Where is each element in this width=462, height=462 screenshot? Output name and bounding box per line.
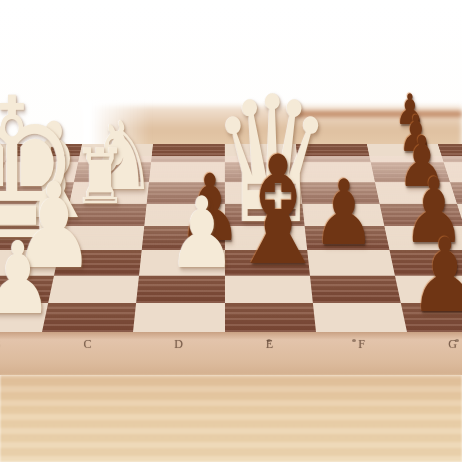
chess-set-photo: BCDEFG ♟♟♟♞♜♝♛♚♟♟♟♝♟♟♟♟ <box>0 0 462 462</box>
piece-white-pawn-d3[interactable]: ♟ <box>168 184 237 282</box>
piece-white-pawn-b2[interactable]: ♟ <box>0 229 53 329</box>
piece-black-pawn-g2[interactable]: ♟ <box>409 225 462 327</box>
piece-layer: ♟♟♟♞♜♝♛♚♟♟♟♝♟♟♟♟ <box>0 0 462 462</box>
piece-black-bishop-e3[interactable]: ♝ <box>226 136 331 286</box>
